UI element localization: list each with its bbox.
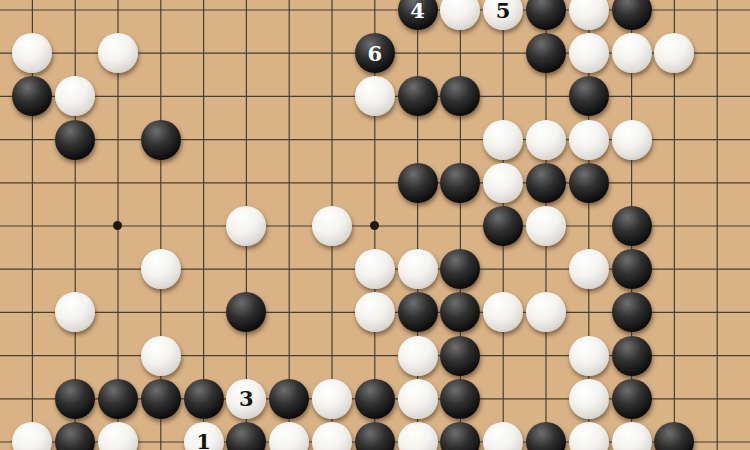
board-intersection[interactable]	[439, 161, 482, 204]
board-intersection[interactable]	[396, 161, 439, 204]
black-stone	[398, 76, 438, 116]
white-stone	[612, 33, 652, 73]
board-intersection[interactable]	[97, 204, 140, 247]
board-intersection[interactable]	[97, 420, 140, 450]
board-intersection[interactable]	[482, 377, 525, 420]
black-stone	[526, 0, 566, 30]
board-intersection[interactable]	[525, 204, 568, 247]
board-intersection[interactable]	[54, 420, 97, 450]
board-intersection[interactable]	[54, 377, 97, 420]
board-intersection[interactable]	[482, 204, 525, 247]
board-intersection[interactable]	[482, 420, 525, 450]
board-intersection[interactable]	[97, 32, 140, 75]
board-intersection[interactable]	[482, 32, 525, 75]
board-intersection[interactable]	[696, 161, 739, 204]
black-stone	[612, 206, 652, 246]
board-intersection[interactable]	[139, 32, 182, 75]
board-intersection[interactable]	[696, 334, 739, 377]
board-intersection[interactable]	[525, 118, 568, 161]
board-intersection[interactable]	[54, 0, 97, 32]
board-intersection[interactable]	[653, 377, 696, 420]
board-intersection[interactable]	[525, 248, 568, 291]
board-intersection[interactable]	[482, 161, 525, 204]
white-stone	[440, 0, 480, 30]
white-stone: 1	[184, 422, 224, 450]
board-intersection[interactable]	[268, 420, 311, 450]
board-intersection[interactable]	[182, 118, 225, 161]
black-stone	[98, 379, 138, 419]
board-intersection[interactable]	[482, 334, 525, 377]
board-intersection[interactable]	[353, 75, 396, 118]
board-intersection[interactable]	[182, 334, 225, 377]
white-stone	[398, 336, 438, 376]
board-intersection[interactable]: 3	[225, 377, 268, 420]
white-stone	[12, 422, 52, 450]
board-intersection[interactable]	[54, 204, 97, 247]
board-intersection[interactable]	[139, 248, 182, 291]
board-intersection[interactable]	[439, 248, 482, 291]
board-intersection[interactable]	[11, 118, 54, 161]
black-stone	[440, 379, 480, 419]
move-number-label: 4	[410, 0, 425, 21]
board-intersection[interactable]	[11, 334, 54, 377]
white-stone	[612, 120, 652, 160]
black-stone	[569, 76, 609, 116]
hoshi-point	[113, 221, 122, 230]
board-intersection[interactable]	[225, 291, 268, 334]
board-intersection[interactable]	[225, 248, 268, 291]
move-number-label: 5	[496, 0, 511, 21]
board-intersection[interactable]	[653, 118, 696, 161]
black-stone: 6	[355, 33, 395, 73]
board-intersection[interactable]	[696, 248, 739, 291]
board-intersection[interactable]	[139, 161, 182, 204]
board-intersection[interactable]	[396, 204, 439, 247]
black-stone	[612, 336, 652, 376]
board-intersection[interactable]	[11, 161, 54, 204]
black-stone	[355, 379, 395, 419]
black-stone	[440, 422, 480, 450]
board-intersection[interactable]	[653, 420, 696, 450]
board-intersection[interactable]	[525, 0, 568, 32]
white-stone	[398, 249, 438, 289]
board-intersection[interactable]	[54, 291, 97, 334]
black-stone	[526, 163, 566, 203]
black-stone	[440, 249, 480, 289]
board-intersection[interactable]	[54, 161, 97, 204]
board-intersection[interactable]	[311, 204, 354, 247]
white-stone	[569, 379, 609, 419]
black-stone	[654, 422, 694, 450]
board-intersection[interactable]	[54, 118, 97, 161]
board-intersection[interactable]	[139, 75, 182, 118]
board-intersection[interactable]	[139, 118, 182, 161]
board-intersection[interactable]	[396, 118, 439, 161]
white-stone	[355, 76, 395, 116]
board-intersection[interactable]	[139, 291, 182, 334]
board-intersection[interactable]	[482, 248, 525, 291]
board-intersection[interactable]	[482, 291, 525, 334]
board-intersection[interactable]	[439, 377, 482, 420]
board-intersection[interactable]	[653, 204, 696, 247]
board-intersection[interactable]	[311, 75, 354, 118]
board-intersection[interactable]	[439, 32, 482, 75]
black-stone	[612, 379, 652, 419]
board-intersection[interactable]	[610, 161, 653, 204]
board-intersection[interactable]	[653, 0, 696, 32]
white-stone	[569, 33, 609, 73]
board-grid: 45631	[11, 0, 739, 450]
board-intersection[interactable]	[653, 161, 696, 204]
board-intersection[interactable]	[567, 118, 610, 161]
board-intersection[interactable]	[225, 161, 268, 204]
board-intersection[interactable]	[225, 118, 268, 161]
white-stone	[141, 336, 181, 376]
board-intersection[interactable]	[610, 204, 653, 247]
board-intersection[interactable]	[54, 248, 97, 291]
white-stone	[141, 249, 181, 289]
board-intersection[interactable]	[610, 32, 653, 75]
black-stone	[226, 292, 266, 332]
board-intersection[interactable]	[268, 118, 311, 161]
board-intersection[interactable]	[268, 248, 311, 291]
move-number-label: 1	[196, 431, 211, 450]
black-stone	[141, 120, 181, 160]
board-intersection[interactable]	[182, 161, 225, 204]
board-intersection[interactable]	[268, 377, 311, 420]
board-intersection[interactable]	[653, 248, 696, 291]
board-intersection[interactable]	[610, 248, 653, 291]
board-intersection[interactable]	[696, 420, 739, 450]
board-intersection[interactable]	[182, 204, 225, 247]
board-intersection[interactable]	[54, 32, 97, 75]
black-stone	[526, 422, 566, 450]
board-intersection[interactable]	[182, 291, 225, 334]
board-intersection[interactable]	[396, 377, 439, 420]
black-stone	[612, 249, 652, 289]
board-intersection[interactable]	[268, 291, 311, 334]
board-intersection[interactable]	[396, 248, 439, 291]
board-intersection[interactable]	[696, 32, 739, 75]
board-intersection[interactable]	[353, 118, 396, 161]
board-intersection[interactable]	[11, 32, 54, 75]
black-stone	[526, 33, 566, 73]
board-intersection[interactable]	[567, 377, 610, 420]
board-intersection[interactable]	[11, 204, 54, 247]
white-stone	[55, 76, 95, 116]
board-intersection[interactable]	[311, 291, 354, 334]
board-intersection[interactable]	[311, 0, 354, 32]
board-intersection[interactable]	[97, 161, 140, 204]
board-intersection[interactable]	[567, 0, 610, 32]
board-intersection[interactable]	[311, 377, 354, 420]
white-stone: 3	[226, 379, 266, 419]
board-intersection[interactable]	[268, 75, 311, 118]
board-intersection[interactable]	[311, 118, 354, 161]
move-number-label: 3	[239, 388, 254, 409]
board-intersection[interactable]	[311, 420, 354, 450]
white-stone: 5	[483, 0, 523, 30]
board-intersection[interactable]	[439, 204, 482, 247]
white-stone	[483, 422, 523, 450]
board-intersection[interactable]	[225, 204, 268, 247]
board-intersection[interactable]	[225, 75, 268, 118]
board-intersection[interactable]	[567, 204, 610, 247]
board-intersection[interactable]	[225, 0, 268, 32]
board-intersection[interactable]	[525, 291, 568, 334]
board-intersection[interactable]	[653, 291, 696, 334]
white-stone	[98, 422, 138, 450]
board-intersection[interactable]	[567, 420, 610, 450]
board-intersection[interactable]	[610, 420, 653, 450]
board-intersection[interactable]	[268, 161, 311, 204]
board-intersection[interactable]	[139, 420, 182, 450]
black-stone	[569, 163, 609, 203]
black-stone	[55, 422, 95, 450]
board-intersection[interactable]	[567, 75, 610, 118]
board-intersection[interactable]	[567, 248, 610, 291]
board-intersection[interactable]	[696, 204, 739, 247]
board-intersection[interactable]	[482, 118, 525, 161]
black-stone	[12, 76, 52, 116]
board-intersection[interactable]	[353, 420, 396, 450]
board-intersection[interactable]	[396, 75, 439, 118]
white-stone	[526, 120, 566, 160]
black-stone: 4	[398, 0, 438, 30]
board-intersection[interactable]	[439, 291, 482, 334]
board-intersection[interactable]: 4	[396, 0, 439, 32]
white-stone	[569, 0, 609, 30]
board-intersection[interactable]	[396, 420, 439, 450]
board-intersection[interactable]	[97, 291, 140, 334]
board-intersection[interactable]	[97, 118, 140, 161]
white-stone	[483, 163, 523, 203]
board-intersection[interactable]	[182, 75, 225, 118]
board-intersection[interactable]	[482, 75, 525, 118]
board-intersection[interactable]	[353, 291, 396, 334]
white-stone	[312, 422, 352, 450]
board-intersection[interactable]: 5	[482, 0, 525, 32]
board-intersection[interactable]	[11, 248, 54, 291]
board-intersection[interactable]	[525, 334, 568, 377]
board-intersection[interactable]	[139, 334, 182, 377]
white-stone	[226, 206, 266, 246]
board-intersection[interactable]	[610, 0, 653, 32]
white-stone	[55, 292, 95, 332]
board-intersection[interactable]	[439, 75, 482, 118]
board-intersection[interactable]	[182, 377, 225, 420]
board-intersection[interactable]	[139, 377, 182, 420]
board-intersection[interactable]: 1	[182, 420, 225, 450]
board-intersection[interactable]	[225, 420, 268, 450]
board-intersection[interactable]	[353, 334, 396, 377]
black-stone	[355, 422, 395, 450]
board-intersection[interactable]	[353, 204, 396, 247]
board-intersection[interactable]	[610, 334, 653, 377]
white-stone	[398, 379, 438, 419]
black-stone	[440, 76, 480, 116]
board-intersection[interactable]	[11, 377, 54, 420]
board-intersection[interactable]	[653, 75, 696, 118]
board-intersection[interactable]	[11, 420, 54, 450]
board-intersection[interactable]	[696, 291, 739, 334]
black-stone	[398, 163, 438, 203]
go-board: 45631	[0, 0, 750, 450]
black-stone	[440, 163, 480, 203]
board-intersection[interactable]	[653, 32, 696, 75]
board-intersection[interactable]	[610, 377, 653, 420]
white-stone	[483, 120, 523, 160]
board-intersection[interactable]	[97, 0, 140, 32]
white-stone	[355, 249, 395, 289]
board-intersection[interactable]	[11, 291, 54, 334]
black-stone	[184, 379, 224, 419]
white-stone	[12, 33, 52, 73]
board-intersection[interactable]	[439, 0, 482, 32]
black-stone	[612, 0, 652, 30]
board-intersection[interactable]	[353, 161, 396, 204]
move-number-label: 6	[367, 43, 382, 64]
board-intersection[interactable]	[567, 32, 610, 75]
black-stone	[269, 379, 309, 419]
board-intersection[interactable]	[11, 0, 54, 32]
board-intersection[interactable]	[567, 291, 610, 334]
board-intersection[interactable]	[396, 334, 439, 377]
board-intersection[interactable]	[225, 334, 268, 377]
board-intersection[interactable]	[311, 161, 354, 204]
black-stone	[141, 379, 181, 419]
board-intersection[interactable]	[525, 161, 568, 204]
white-stone	[312, 379, 352, 419]
board-intersection[interactable]	[396, 291, 439, 334]
white-stone	[355, 292, 395, 332]
board-intersection[interactable]	[268, 32, 311, 75]
board-intersection[interactable]	[182, 248, 225, 291]
black-stone	[440, 292, 480, 332]
board-intersection[interactable]	[525, 377, 568, 420]
board-intersection[interactable]	[54, 334, 97, 377]
board-intersection[interactable]	[696, 118, 739, 161]
black-stone	[612, 292, 652, 332]
board-intersection[interactable]	[268, 0, 311, 32]
white-stone	[569, 336, 609, 376]
board-intersection[interactable]	[696, 0, 739, 32]
white-stone	[569, 120, 609, 160]
board-intersection[interactable]	[525, 75, 568, 118]
board-intersection[interactable]: 6	[353, 32, 396, 75]
hoshi-point	[370, 221, 379, 230]
board-intersection[interactable]	[353, 248, 396, 291]
board-intersection[interactable]	[182, 32, 225, 75]
white-stone	[98, 33, 138, 73]
board-intersection[interactable]	[268, 334, 311, 377]
board-intersection[interactable]	[396, 32, 439, 75]
black-stone	[55, 120, 95, 160]
board-intersection[interactable]	[11, 75, 54, 118]
white-stone	[312, 206, 352, 246]
white-stone	[654, 33, 694, 73]
board-intersection[interactable]	[97, 248, 140, 291]
white-stone	[269, 422, 309, 450]
board-intersection[interactable]	[182, 0, 225, 32]
board-intersection[interactable]	[353, 377, 396, 420]
board-intersection[interactable]	[139, 0, 182, 32]
board-intersection[interactable]	[439, 420, 482, 450]
board-intersection[interactable]	[439, 334, 482, 377]
white-stone	[569, 422, 609, 450]
board-intersection[interactable]	[311, 32, 354, 75]
board-intersection[interactable]	[567, 161, 610, 204]
board-intersection[interactable]	[311, 248, 354, 291]
board-intersection[interactable]	[696, 377, 739, 420]
board-intersection[interactable]	[567, 334, 610, 377]
board-intersection[interactable]	[268, 204, 311, 247]
board-intersection[interactable]	[610, 75, 653, 118]
board-intersection[interactable]	[525, 420, 568, 450]
board-intersection[interactable]	[97, 334, 140, 377]
white-stone	[398, 422, 438, 450]
black-stone	[440, 336, 480, 376]
board-intersection[interactable]	[653, 334, 696, 377]
black-stone	[398, 292, 438, 332]
board-intersection[interactable]	[696, 75, 739, 118]
board-intersection[interactable]	[525, 32, 568, 75]
board-intersection[interactable]	[311, 334, 354, 377]
board-intersection[interactable]	[97, 75, 140, 118]
white-stone	[526, 206, 566, 246]
board-intersection[interactable]	[54, 75, 97, 118]
board-intersection[interactable]	[610, 291, 653, 334]
black-stone	[483, 206, 523, 246]
white-stone	[483, 292, 523, 332]
white-stone	[569, 249, 609, 289]
white-stone	[526, 292, 566, 332]
board-intersection[interactable]	[225, 32, 268, 75]
black-stone	[226, 422, 266, 450]
white-stone	[612, 422, 652, 450]
board-intersection[interactable]	[439, 118, 482, 161]
board-intersection[interactable]	[97, 377, 140, 420]
board-intersection[interactable]	[610, 118, 653, 161]
black-stone	[55, 379, 95, 419]
board-intersection[interactable]	[353, 0, 396, 32]
board-intersection[interactable]	[139, 204, 182, 247]
